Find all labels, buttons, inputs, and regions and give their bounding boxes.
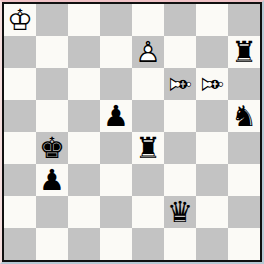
piece-white-king: ♔ — [4, 4, 36, 36]
square-d4[interactable] — [100, 132, 132, 164]
piece-black-pawn: ♟ — [100, 100, 132, 132]
square-d5[interactable]: ♟ — [100, 100, 132, 132]
square-a1[interactable] — [4, 228, 36, 260]
piece-black-rook: ♜ — [132, 132, 164, 164]
square-e1[interactable] — [132, 228, 164, 260]
square-a8[interactable]: ♚♔ — [4, 4, 36, 36]
piece-black-knight: ♞ — [228, 100, 260, 132]
square-d7[interactable] — [100, 36, 132, 68]
square-f5[interactable] — [164, 100, 196, 132]
piece-fill-white-rotated-bishop: ♝ — [164, 68, 196, 100]
square-g8[interactable] — [196, 4, 228, 36]
piece-black-queen: ♛ — [164, 196, 196, 228]
square-f8[interactable] — [164, 4, 196, 36]
square-e3[interactable] — [132, 164, 164, 196]
square-e2[interactable] — [132, 196, 164, 228]
piece-fill-white-pawn: ♟ — [132, 36, 164, 68]
chess-board: ♚♔♟♙♜♝♗♝♗♟♞♚♜♟♛ — [4, 4, 260, 260]
square-a7[interactable] — [4, 36, 36, 68]
square-b1[interactable] — [36, 228, 68, 260]
square-f2[interactable]: ♛ — [164, 196, 196, 228]
square-g6[interactable]: ♝♗ — [196, 68, 228, 100]
diagram-frame-outer: ♚♔♟♙♜♝♗♝♗♟♞♚♜♟♛ — [0, 0, 264, 264]
square-e6[interactable] — [132, 68, 164, 100]
square-d8[interactable] — [100, 4, 132, 36]
square-a6[interactable] — [4, 68, 36, 100]
square-e8[interactable] — [132, 4, 164, 36]
square-d2[interactable] — [100, 196, 132, 228]
square-e5[interactable] — [132, 100, 164, 132]
square-f4[interactable] — [164, 132, 196, 164]
square-h5[interactable]: ♞ — [228, 100, 260, 132]
square-f6[interactable]: ♝♗ — [164, 68, 196, 100]
square-e7[interactable]: ♟♙ — [132, 36, 164, 68]
piece-white-rotated-bishop: ♗ — [196, 68, 228, 100]
square-b7[interactable] — [36, 36, 68, 68]
square-c2[interactable] — [68, 196, 100, 228]
square-d1[interactable] — [100, 228, 132, 260]
square-a2[interactable] — [4, 196, 36, 228]
square-h1[interactable] — [228, 228, 260, 260]
square-c3[interactable] — [68, 164, 100, 196]
diagram-frame-inner: ♚♔♟♙♜♝♗♝♗♟♞♚♜♟♛ — [2, 2, 262, 262]
piece-fill-white-king: ♚ — [4, 4, 36, 36]
piece-black-king: ♚ — [36, 132, 68, 164]
square-g7[interactable] — [196, 36, 228, 68]
square-g5[interactable] — [196, 100, 228, 132]
square-g3[interactable] — [196, 164, 228, 196]
square-g1[interactable] — [196, 228, 228, 260]
square-g2[interactable] — [196, 196, 228, 228]
square-c6[interactable] — [68, 68, 100, 100]
square-c5[interactable] — [68, 100, 100, 132]
square-h6[interactable] — [228, 68, 260, 100]
square-c1[interactable] — [68, 228, 100, 260]
square-a3[interactable] — [4, 164, 36, 196]
square-h4[interactable] — [228, 132, 260, 164]
square-d3[interactable] — [100, 164, 132, 196]
square-b5[interactable] — [36, 100, 68, 132]
square-d6[interactable] — [100, 68, 132, 100]
square-e4[interactable]: ♜ — [132, 132, 164, 164]
square-a4[interactable] — [4, 132, 36, 164]
square-b3[interactable]: ♟ — [36, 164, 68, 196]
piece-black-rook: ♜ — [228, 36, 260, 68]
piece-white-pawn: ♙ — [132, 36, 164, 68]
square-c7[interactable] — [68, 36, 100, 68]
square-f1[interactable] — [164, 228, 196, 260]
square-h7[interactable]: ♜ — [228, 36, 260, 68]
piece-fill-white-rotated-bishop: ♝ — [196, 68, 228, 100]
square-c8[interactable] — [68, 4, 100, 36]
piece-black-pawn: ♟ — [36, 164, 68, 196]
square-b6[interactable] — [36, 68, 68, 100]
square-g4[interactable] — [196, 132, 228, 164]
square-h8[interactable] — [228, 4, 260, 36]
square-b8[interactable] — [36, 4, 68, 36]
square-b4[interactable]: ♚ — [36, 132, 68, 164]
square-h2[interactable] — [228, 196, 260, 228]
square-a5[interactable] — [4, 100, 36, 132]
square-h3[interactable] — [228, 164, 260, 196]
square-b2[interactable] — [36, 196, 68, 228]
square-c4[interactable] — [68, 132, 100, 164]
square-f7[interactable] — [164, 36, 196, 68]
piece-white-rotated-bishop: ♗ — [164, 68, 196, 100]
square-f3[interactable] — [164, 164, 196, 196]
